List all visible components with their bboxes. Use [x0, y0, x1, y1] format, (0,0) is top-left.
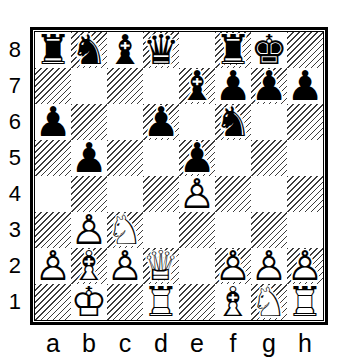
rank-labels: 87654321 [0, 32, 26, 320]
file-label-f: f [215, 329, 251, 357]
piece-black-pawn[interactable]: ♟ [143, 104, 179, 140]
square-e3[interactable] [179, 212, 215, 248]
square-h7[interactable]: ♟ [287, 68, 323, 104]
square-c2[interactable]: ♟♙ [107, 248, 143, 284]
square-b8[interactable]: ♞ [71, 32, 107, 68]
piece-black-knight[interactable]: ♞ [215, 104, 251, 140]
square-h6[interactable] [287, 104, 323, 140]
piece-outline-layer: ♖ [287, 284, 324, 320]
piece-black-bishop[interactable]: ♝ [107, 32, 143, 68]
rank-label-1: 1 [0, 284, 26, 320]
square-g7[interactable]: ♟ [251, 68, 287, 104]
board-frame: ♜♞♝♛♜♚♝♟♟♟♟♟♞♟♟♟♙♟♙♞♘♟♙♝♗♟♙♛♕♟♙♟♙♟♙♚♔♜♖♝… [30, 27, 328, 325]
piece-white-bishop[interactable]: ♝♗ [215, 284, 251, 320]
piece-black-pawn[interactable]: ♟ [35, 104, 71, 140]
piece-outline-layer: ♖ [143, 284, 180, 320]
square-a4[interactable] [35, 176, 71, 212]
rank-label-5: 5 [0, 140, 26, 176]
square-a6[interactable]: ♟ [35, 104, 71, 140]
square-f4[interactable] [215, 176, 251, 212]
piece-outline-layer: ♔ [71, 284, 108, 320]
square-e2[interactable] [179, 248, 215, 284]
piece-white-knight[interactable]: ♞♘ [251, 284, 287, 320]
piece-outline-layer: ♙ [35, 248, 72, 284]
rank-label-3: 3 [0, 212, 26, 248]
square-a1[interactable] [35, 284, 71, 320]
piece-black-pawn[interactable]: ♟ [287, 68, 323, 104]
square-a5[interactable] [35, 140, 71, 176]
square-g6[interactable] [251, 104, 287, 140]
square-d1[interactable]: ♜♖ [143, 284, 179, 320]
square-h4[interactable] [287, 176, 323, 212]
square-f1[interactable]: ♝♗ [215, 284, 251, 320]
square-a2[interactable]: ♟♙ [35, 248, 71, 284]
square-c1[interactable] [107, 284, 143, 320]
piece-black-pawn[interactable]: ♟ [251, 68, 287, 104]
rank-label-2: 2 [0, 248, 26, 284]
file-labels: abcdefgh [35, 329, 323, 357]
piece-black-queen[interactable]: ♛ [143, 32, 179, 68]
square-h1[interactable]: ♜♖ [287, 284, 323, 320]
square-d5[interactable] [143, 140, 179, 176]
piece-white-rook[interactable]: ♜♖ [143, 284, 179, 320]
file-label-g: g [251, 329, 287, 357]
square-c8[interactable]: ♝ [107, 32, 143, 68]
piece-white-pawn[interactable]: ♟♙ [35, 248, 71, 284]
rank-label-4: 4 [0, 176, 26, 212]
square-g5[interactable] [251, 140, 287, 176]
piece-white-rook[interactable]: ♜♖ [287, 284, 323, 320]
board-inner-border: ♜♞♝♛♜♚♝♟♟♟♟♟♞♟♟♟♙♟♙♞♘♟♙♝♗♟♙♛♕♟♙♟♙♟♙♚♔♜♖♝… [34, 31, 324, 321]
piece-black-bishop[interactable]: ♝ [179, 68, 215, 104]
square-g4[interactable] [251, 176, 287, 212]
square-e1[interactable] [179, 284, 215, 320]
piece-outline-layer: ♙ [179, 176, 216, 212]
piece-white-pawn[interactable]: ♟♙ [107, 248, 143, 284]
square-f5[interactable] [215, 140, 251, 176]
rank-label-6: 6 [0, 104, 26, 140]
square-g1[interactable]: ♞♘ [251, 284, 287, 320]
square-b7[interactable] [71, 68, 107, 104]
square-f6[interactable]: ♞ [215, 104, 251, 140]
rank-label-7: 7 [0, 68, 26, 104]
file-label-d: d [143, 329, 179, 357]
square-h5[interactable] [287, 140, 323, 176]
file-label-a: a [35, 329, 71, 357]
square-d4[interactable] [143, 176, 179, 212]
file-label-e: e [179, 329, 215, 357]
file-label-h: h [287, 329, 323, 357]
board-grid: ♜♞♝♛♜♚♝♟♟♟♟♟♞♟♟♟♙♟♙♞♘♟♙♝♗♟♙♛♕♟♙♟♙♟♙♚♔♜♖♝… [35, 32, 323, 320]
square-d8[interactable]: ♛ [143, 32, 179, 68]
square-b1[interactable]: ♚♔ [71, 284, 107, 320]
piece-white-pawn[interactable]: ♟♙ [179, 176, 215, 212]
piece-black-rook[interactable]: ♜ [35, 32, 71, 68]
square-c7[interactable] [107, 68, 143, 104]
piece-black-knight[interactable]: ♞ [71, 32, 107, 68]
piece-black-pawn[interactable]: ♟ [71, 140, 107, 176]
square-e7[interactable]: ♝ [179, 68, 215, 104]
square-e4[interactable]: ♟♙ [179, 176, 215, 212]
square-b5[interactable]: ♟ [71, 140, 107, 176]
file-label-c: c [107, 329, 143, 357]
square-d6[interactable]: ♟ [143, 104, 179, 140]
rank-label-8: 8 [0, 32, 26, 68]
piece-outline-layer: ♘ [251, 284, 288, 320]
square-c5[interactable] [107, 140, 143, 176]
piece-outline-layer: ♗ [215, 284, 252, 320]
square-c6[interactable] [107, 104, 143, 140]
piece-white-king[interactable]: ♚♔ [71, 284, 107, 320]
file-label-b: b [71, 329, 107, 357]
square-a8[interactable]: ♜ [35, 32, 71, 68]
piece-outline-layer: ♙ [107, 248, 144, 284]
